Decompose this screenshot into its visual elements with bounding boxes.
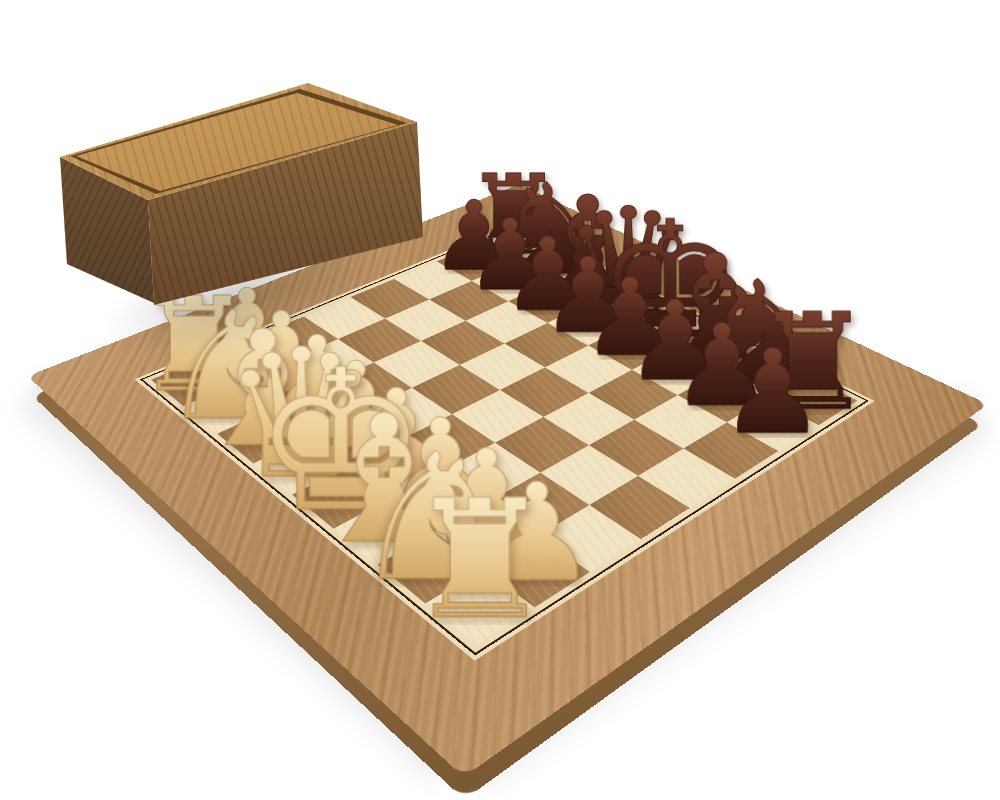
chess-set-product-photo: ♜♞♝♛♚♝♞♜♟♟♟♟♟♟♟♟♟♟♟♟♟♟♟♟♜♞♝♛♚♝♞♜ [0, 0, 1000, 800]
square-h7: ♟ [726, 398, 818, 451]
square-h1: ♜ [425, 568, 535, 645]
wooden-storage-box [40, 70, 440, 350]
square-h6 [683, 422, 778, 478]
square-h5 [638, 448, 736, 508]
square-g5 [589, 420, 683, 476]
